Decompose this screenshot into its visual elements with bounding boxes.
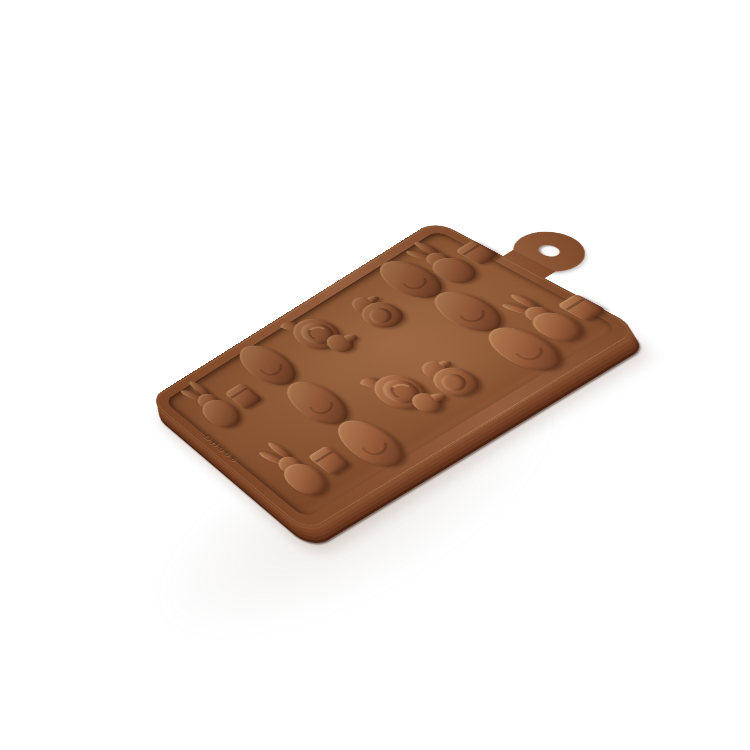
product-photo: DH008 [0,0,750,750]
cavity-chick [341,290,413,335]
hang-hole [535,243,564,259]
